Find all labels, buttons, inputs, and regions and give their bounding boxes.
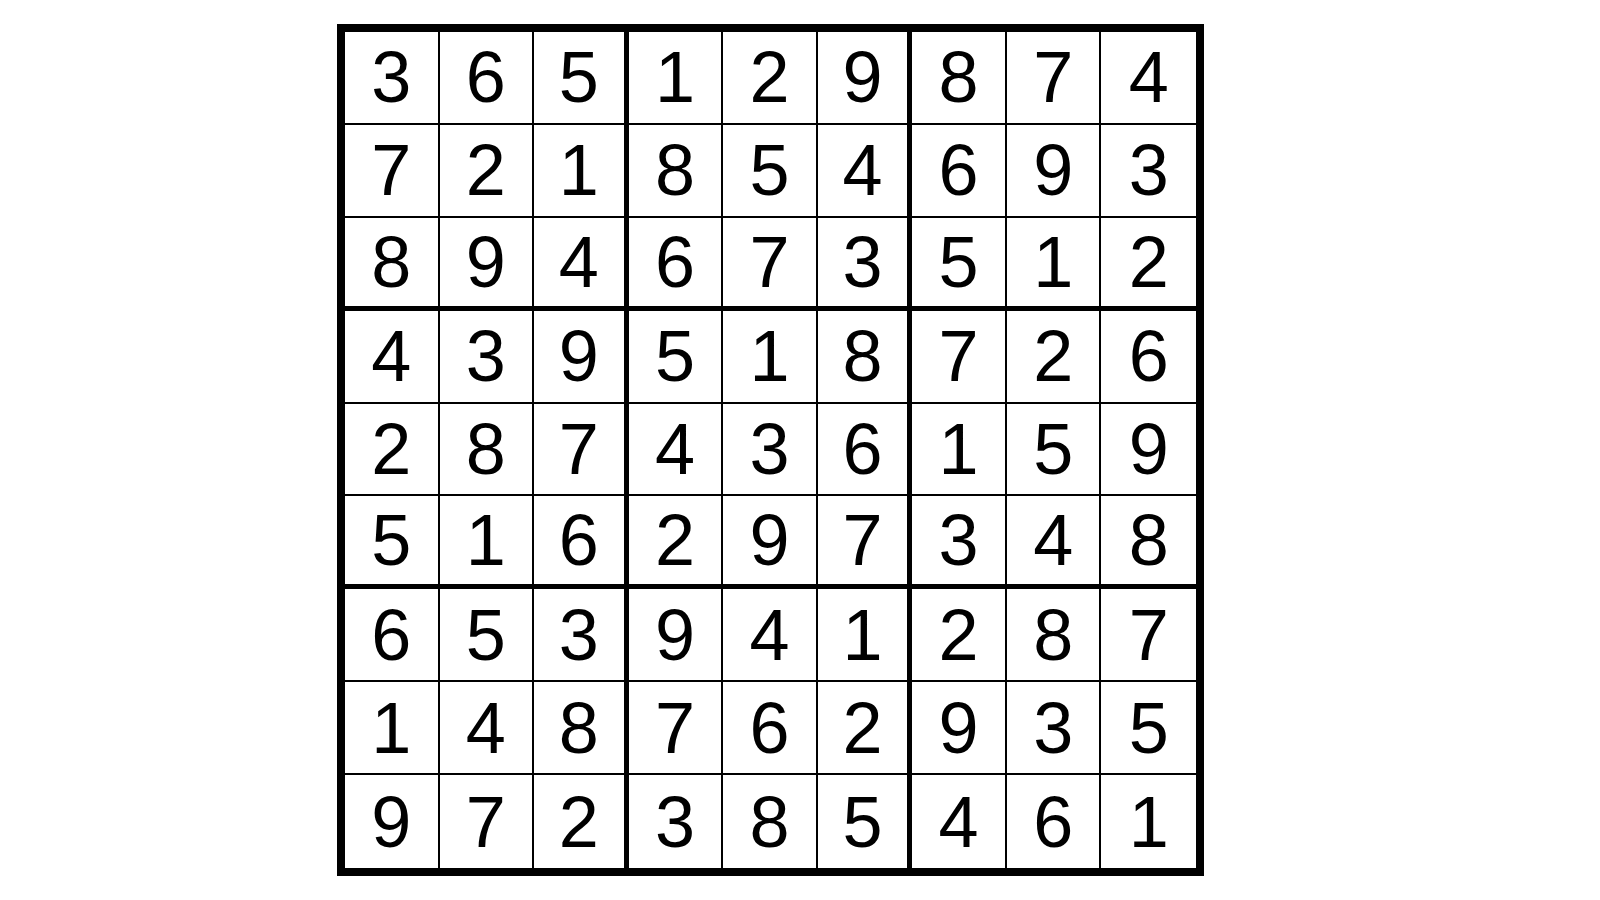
sudoku-cell[interactable]: 5 bbox=[534, 32, 629, 125]
sudoku-cell[interactable]: 8 bbox=[440, 404, 535, 497]
sudoku-cell[interactable]: 9 bbox=[723, 496, 818, 589]
sudoku-cell[interactable]: 7 bbox=[440, 775, 535, 868]
sudoku-cell[interactable]: 2 bbox=[912, 589, 1007, 682]
sudoku-cell[interactable]: 3 bbox=[818, 218, 913, 311]
sudoku-cell[interactable]: 3 bbox=[723, 404, 818, 497]
sudoku-cell[interactable]: 8 bbox=[534, 682, 629, 775]
sudoku-cell[interactable]: 6 bbox=[345, 589, 440, 682]
sudoku-cell[interactable]: 9 bbox=[818, 32, 913, 125]
sudoku-cell[interactable]: 2 bbox=[723, 32, 818, 125]
sudoku-cell[interactable]: 5 bbox=[723, 125, 818, 218]
sudoku-cell[interactable]: 8 bbox=[723, 775, 818, 868]
sudoku-cell[interactable]: 2 bbox=[1101, 218, 1196, 311]
sudoku-cell[interactable]: 3 bbox=[1101, 125, 1196, 218]
sudoku-cell[interactable]: 5 bbox=[629, 311, 724, 404]
sudoku-cell[interactable]: 5 bbox=[818, 775, 913, 868]
sudoku-cell[interactable]: 7 bbox=[345, 125, 440, 218]
sudoku-cell[interactable]: 8 bbox=[629, 125, 724, 218]
sudoku-cell[interactable]: 4 bbox=[345, 311, 440, 404]
sudoku-cell[interactable]: 5 bbox=[1007, 404, 1102, 497]
sudoku-cell[interactable]: 6 bbox=[534, 496, 629, 589]
sudoku-cell[interactable]: 1 bbox=[818, 589, 913, 682]
sudoku-cell[interactable]: 2 bbox=[1007, 311, 1102, 404]
sudoku-cell[interactable]: 7 bbox=[534, 404, 629, 497]
sudoku-cell[interactable]: 1 bbox=[345, 682, 440, 775]
sudoku-cell[interactable]: 2 bbox=[345, 404, 440, 497]
sudoku-cell[interactable]: 8 bbox=[1007, 589, 1102, 682]
sudoku-board: 3651298747218546938946735124395187262874… bbox=[337, 24, 1204, 876]
sudoku-cell[interactable]: 4 bbox=[1101, 32, 1196, 125]
sudoku-cell[interactable]: 1 bbox=[912, 404, 1007, 497]
sudoku-cell[interactable]: 2 bbox=[534, 775, 629, 868]
sudoku-cell[interactable]: 3 bbox=[440, 311, 535, 404]
sudoku-cell[interactable]: 3 bbox=[912, 496, 1007, 589]
sudoku-cell[interactable]: 1 bbox=[629, 32, 724, 125]
sudoku-cell[interactable]: 3 bbox=[345, 32, 440, 125]
sudoku-cell[interactable]: 9 bbox=[534, 311, 629, 404]
sudoku-cell[interactable]: 5 bbox=[912, 218, 1007, 311]
sudoku-cell[interactable]: 8 bbox=[345, 218, 440, 311]
sudoku-cell[interactable]: 4 bbox=[440, 682, 535, 775]
sudoku-cell[interactable]: 7 bbox=[1007, 32, 1102, 125]
sudoku-cell[interactable]: 6 bbox=[440, 32, 535, 125]
sudoku-cell[interactable]: 2 bbox=[818, 682, 913, 775]
sudoku-cell[interactable]: 6 bbox=[1007, 775, 1102, 868]
sudoku-cell[interactable]: 1 bbox=[1101, 775, 1196, 868]
sudoku-cell[interactable]: 4 bbox=[912, 775, 1007, 868]
sudoku-cell[interactable]: 4 bbox=[534, 218, 629, 311]
sudoku-cell[interactable]: 7 bbox=[1101, 589, 1196, 682]
sudoku-cell[interactable]: 2 bbox=[440, 125, 535, 218]
sudoku-cell[interactable]: 9 bbox=[1007, 125, 1102, 218]
sudoku-cell[interactable]: 6 bbox=[912, 125, 1007, 218]
sudoku-cell[interactable]: 6 bbox=[1101, 311, 1196, 404]
sudoku-cell[interactable]: 5 bbox=[345, 496, 440, 589]
sudoku-cell[interactable]: 8 bbox=[818, 311, 913, 404]
sudoku-cell[interactable]: 1 bbox=[534, 125, 629, 218]
sudoku-cell[interactable]: 4 bbox=[723, 589, 818, 682]
sudoku-cell[interactable]: 2 bbox=[629, 496, 724, 589]
sudoku-cell[interactable]: 9 bbox=[345, 775, 440, 868]
sudoku-cell[interactable]: 9 bbox=[1101, 404, 1196, 497]
sudoku-cell[interactable]: 6 bbox=[818, 404, 913, 497]
sudoku-cell[interactable]: 5 bbox=[1101, 682, 1196, 775]
sudoku-cell[interactable]: 4 bbox=[629, 404, 724, 497]
sudoku-cell[interactable]: 3 bbox=[534, 589, 629, 682]
sudoku-cell[interactable]: 9 bbox=[629, 589, 724, 682]
sudoku-cell[interactable]: 3 bbox=[629, 775, 724, 868]
sudoku-cell[interactable]: 5 bbox=[440, 589, 535, 682]
sudoku-cell[interactable]: 7 bbox=[723, 218, 818, 311]
sudoku-cell[interactable]: 1 bbox=[440, 496, 535, 589]
sudoku-cell[interactable]: 9 bbox=[440, 218, 535, 311]
sudoku-cell[interactable]: 3 bbox=[1007, 682, 1102, 775]
sudoku-cell[interactable]: 7 bbox=[818, 496, 913, 589]
sudoku-cell[interactable]: 8 bbox=[912, 32, 1007, 125]
sudoku-cell[interactable]: 7 bbox=[629, 682, 724, 775]
sudoku-cell[interactable]: 8 bbox=[1101, 496, 1196, 589]
sudoku-cell[interactable]: 1 bbox=[723, 311, 818, 404]
sudoku-cell[interactable]: 1 bbox=[1007, 218, 1102, 311]
sudoku-cell[interactable]: 6 bbox=[723, 682, 818, 775]
sudoku-cell[interactable]: 9 bbox=[912, 682, 1007, 775]
sudoku-cell[interactable]: 4 bbox=[1007, 496, 1102, 589]
sudoku-cell[interactable]: 7 bbox=[912, 311, 1007, 404]
sudoku-cell[interactable]: 6 bbox=[629, 218, 724, 311]
sudoku-cell[interactable]: 4 bbox=[818, 125, 913, 218]
